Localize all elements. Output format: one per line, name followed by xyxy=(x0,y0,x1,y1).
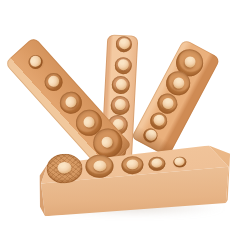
cylinder-socket xyxy=(41,69,66,94)
cylinder-knob xyxy=(115,78,127,90)
cylinder-knob xyxy=(62,94,78,110)
cylinder-block-front xyxy=(37,142,239,221)
cylinder-socket xyxy=(110,95,130,115)
cylinder-knob xyxy=(151,112,166,127)
cylinder-socket xyxy=(111,76,130,95)
cylinder-socket xyxy=(26,52,46,72)
cylinder-knob xyxy=(114,98,126,110)
cylinder-knob xyxy=(126,159,138,169)
cylinder-knob xyxy=(151,158,162,167)
cylinder-knob xyxy=(93,160,106,171)
cylinder-knob xyxy=(45,73,61,89)
cylinder-socket xyxy=(114,56,132,74)
cylinder-knob xyxy=(27,53,43,69)
cylinder-socket xyxy=(173,156,186,167)
cylinder-knob xyxy=(117,58,129,70)
cylinder-block-upper-right xyxy=(131,39,221,158)
cylinder-socket xyxy=(148,156,165,171)
cylinder-knob xyxy=(174,156,184,165)
cylinder-knob xyxy=(160,95,175,110)
cylinder-knob xyxy=(182,54,197,69)
product-photo xyxy=(0,0,250,250)
cylinder-knob xyxy=(81,114,97,130)
cylinder-knob xyxy=(118,37,130,49)
cylinder-knob xyxy=(57,162,71,174)
cylinder-socket xyxy=(116,36,133,53)
cylinder-knob xyxy=(171,75,186,90)
